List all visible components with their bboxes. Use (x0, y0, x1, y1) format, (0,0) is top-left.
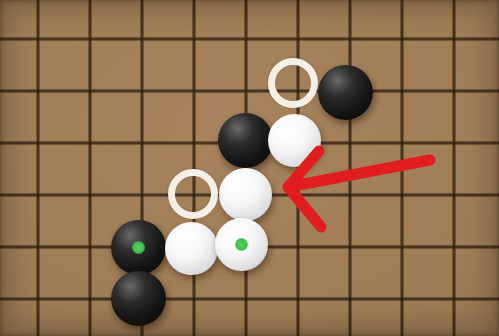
stone-black (111, 271, 166, 326)
circle-marker (268, 58, 318, 108)
stone-black (318, 65, 373, 120)
circle-marker (168, 169, 218, 219)
last-move-dot (235, 238, 248, 251)
last-move-dot (132, 241, 145, 254)
stone-white (268, 114, 321, 167)
piece-grid (12, 13, 480, 325)
stone-black (111, 220, 166, 275)
stone-white (215, 218, 268, 271)
stone-white (165, 222, 218, 275)
stone-white (219, 168, 272, 221)
stone-black (218, 113, 273, 168)
board[interactable] (0, 0, 499, 336)
